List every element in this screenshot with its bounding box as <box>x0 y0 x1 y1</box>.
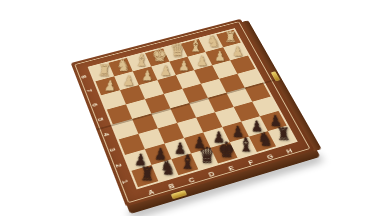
white-pawn: ♟ <box>197 54 208 67</box>
white-pawn: ♟ <box>178 59 189 72</box>
chess-board: 87654321 ♜♞♝♚♛♝♞♜♟♟♟♟♟♟♟♟♟♟♟♟♟♟♟♟♜♞♝♛♚♝♞… <box>71 19 315 207</box>
board-frame: 87654321 ♜♞♝♚♛♝♞♜♟♟♟♟♟♟♟♟♟♟♟♟♟♟♟♟♜♞♝♛♚♝♞… <box>71 19 315 207</box>
white-rook: ♜ <box>224 30 237 45</box>
product-photo: 87654321 ♜♞♝♚♛♝♞♜♟♟♟♟♟♟♟♟♟♟♟♟♟♟♟♟♜♞♝♛♚♝♞… <box>0 0 376 216</box>
black-rook: ♜ <box>276 126 291 144</box>
white-pawn: ♟ <box>214 49 226 62</box>
